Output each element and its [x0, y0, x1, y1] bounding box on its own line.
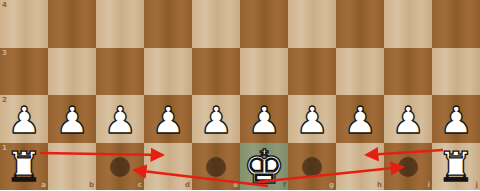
square-f2[interactable]: ♟ — [240, 95, 288, 143]
square-g1[interactable]: g — [288, 143, 336, 191]
move-dot-c1[interactable] — [110, 157, 130, 177]
square-a2[interactable]: 2♟ — [0, 95, 48, 143]
rank-label-1: 1 — [2, 144, 7, 152]
white-pawn-i2[interactable]: ♟ — [391, 102, 424, 139]
white-rook-j1[interactable]: ♜ — [438, 147, 475, 188]
rank-label-3: 3 — [2, 49, 7, 57]
file-label-d: d — [185, 181, 190, 189]
square-d2[interactable]: ♟ — [144, 95, 192, 143]
square-c1[interactable]: c — [96, 143, 144, 191]
rank-label-4: 4 — [2, 1, 7, 9]
white-pawn-e2[interactable]: ♟ — [199, 102, 232, 139]
square-h3[interactable] — [336, 48, 384, 96]
white-pawn-g2[interactable]: ♟ — [295, 102, 328, 139]
square-i3[interactable] — [384, 48, 432, 96]
file-label-i: i — [428, 181, 430, 189]
square-h2[interactable]: ♟ — [336, 95, 384, 143]
square-j1[interactable]: j♜ — [432, 143, 480, 191]
file-label-g: g — [329, 181, 334, 189]
square-a1[interactable]: 1a♜ — [0, 143, 48, 191]
move-dot-i1[interactable] — [398, 157, 418, 177]
white-pawn-f2[interactable]: ♟ — [247, 102, 280, 139]
square-b3[interactable] — [48, 48, 96, 96]
square-i1[interactable]: i — [384, 143, 432, 191]
square-e4[interactable] — [192, 0, 240, 48]
square-g2[interactable]: ♟ — [288, 95, 336, 143]
white-pawn-d2[interactable]: ♟ — [151, 102, 184, 139]
square-a3[interactable]: 3 — [0, 48, 48, 96]
white-pawn-j2[interactable]: ♟ — [439, 102, 472, 139]
square-f3[interactable] — [240, 48, 288, 96]
file-label-a: a — [41, 181, 46, 189]
square-a4[interactable]: 4 — [0, 0, 48, 48]
square-j2[interactable]: ♟ — [432, 95, 480, 143]
white-pawn-a2[interactable]: ♟ — [7, 102, 40, 139]
white-pawn-c2[interactable]: ♟ — [103, 102, 136, 139]
square-b2[interactable]: ♟ — [48, 95, 96, 143]
move-dot-e1[interactable] — [206, 157, 226, 177]
square-i2[interactable]: ♟ — [384, 95, 432, 143]
file-label-f: f — [283, 181, 286, 189]
white-pawn-b2[interactable]: ♟ — [55, 102, 88, 139]
square-e2[interactable]: ♟ — [192, 95, 240, 143]
file-label-j: j — [476, 181, 478, 189]
white-pawn-h2[interactable]: ♟ — [343, 102, 376, 139]
square-g3[interactable] — [288, 48, 336, 96]
board-grid: 432♟♟♟♟♟♟♟♟♟♟1a♜bcdef♚ghij♜ — [0, 0, 480, 190]
file-label-h: h — [377, 181, 382, 189]
square-h4[interactable] — [336, 0, 384, 48]
square-c4[interactable] — [96, 0, 144, 48]
square-c2[interactable]: ♟ — [96, 95, 144, 143]
square-j3[interactable] — [432, 48, 480, 96]
square-d4[interactable] — [144, 0, 192, 48]
square-d1[interactable]: d — [144, 143, 192, 191]
square-f4[interactable] — [240, 0, 288, 48]
rank-label-2: 2 — [2, 96, 7, 104]
square-e3[interactable] — [192, 48, 240, 96]
square-i4[interactable] — [384, 0, 432, 48]
white-rook-a1[interactable]: ♜ — [6, 147, 43, 188]
square-e1[interactable]: e — [192, 143, 240, 191]
square-g4[interactable] — [288, 0, 336, 48]
square-f1[interactable]: f♚ — [240, 143, 288, 191]
square-d3[interactable] — [144, 48, 192, 96]
file-label-b: b — [89, 181, 94, 189]
square-b1[interactable]: b — [48, 143, 96, 191]
chess-board: 432♟♟♟♟♟♟♟♟♟♟1a♜bcdef♚ghij♜ — [0, 0, 480, 190]
white-king-f1[interactable]: ♚ — [243, 143, 285, 190]
move-dot-g1[interactable] — [302, 157, 322, 177]
square-j4[interactable] — [432, 0, 480, 48]
square-h1[interactable]: h — [336, 143, 384, 191]
square-c3[interactable] — [96, 48, 144, 96]
file-label-e: e — [233, 181, 238, 189]
square-b4[interactable] — [48, 0, 96, 48]
file-label-c: c — [138, 181, 142, 189]
